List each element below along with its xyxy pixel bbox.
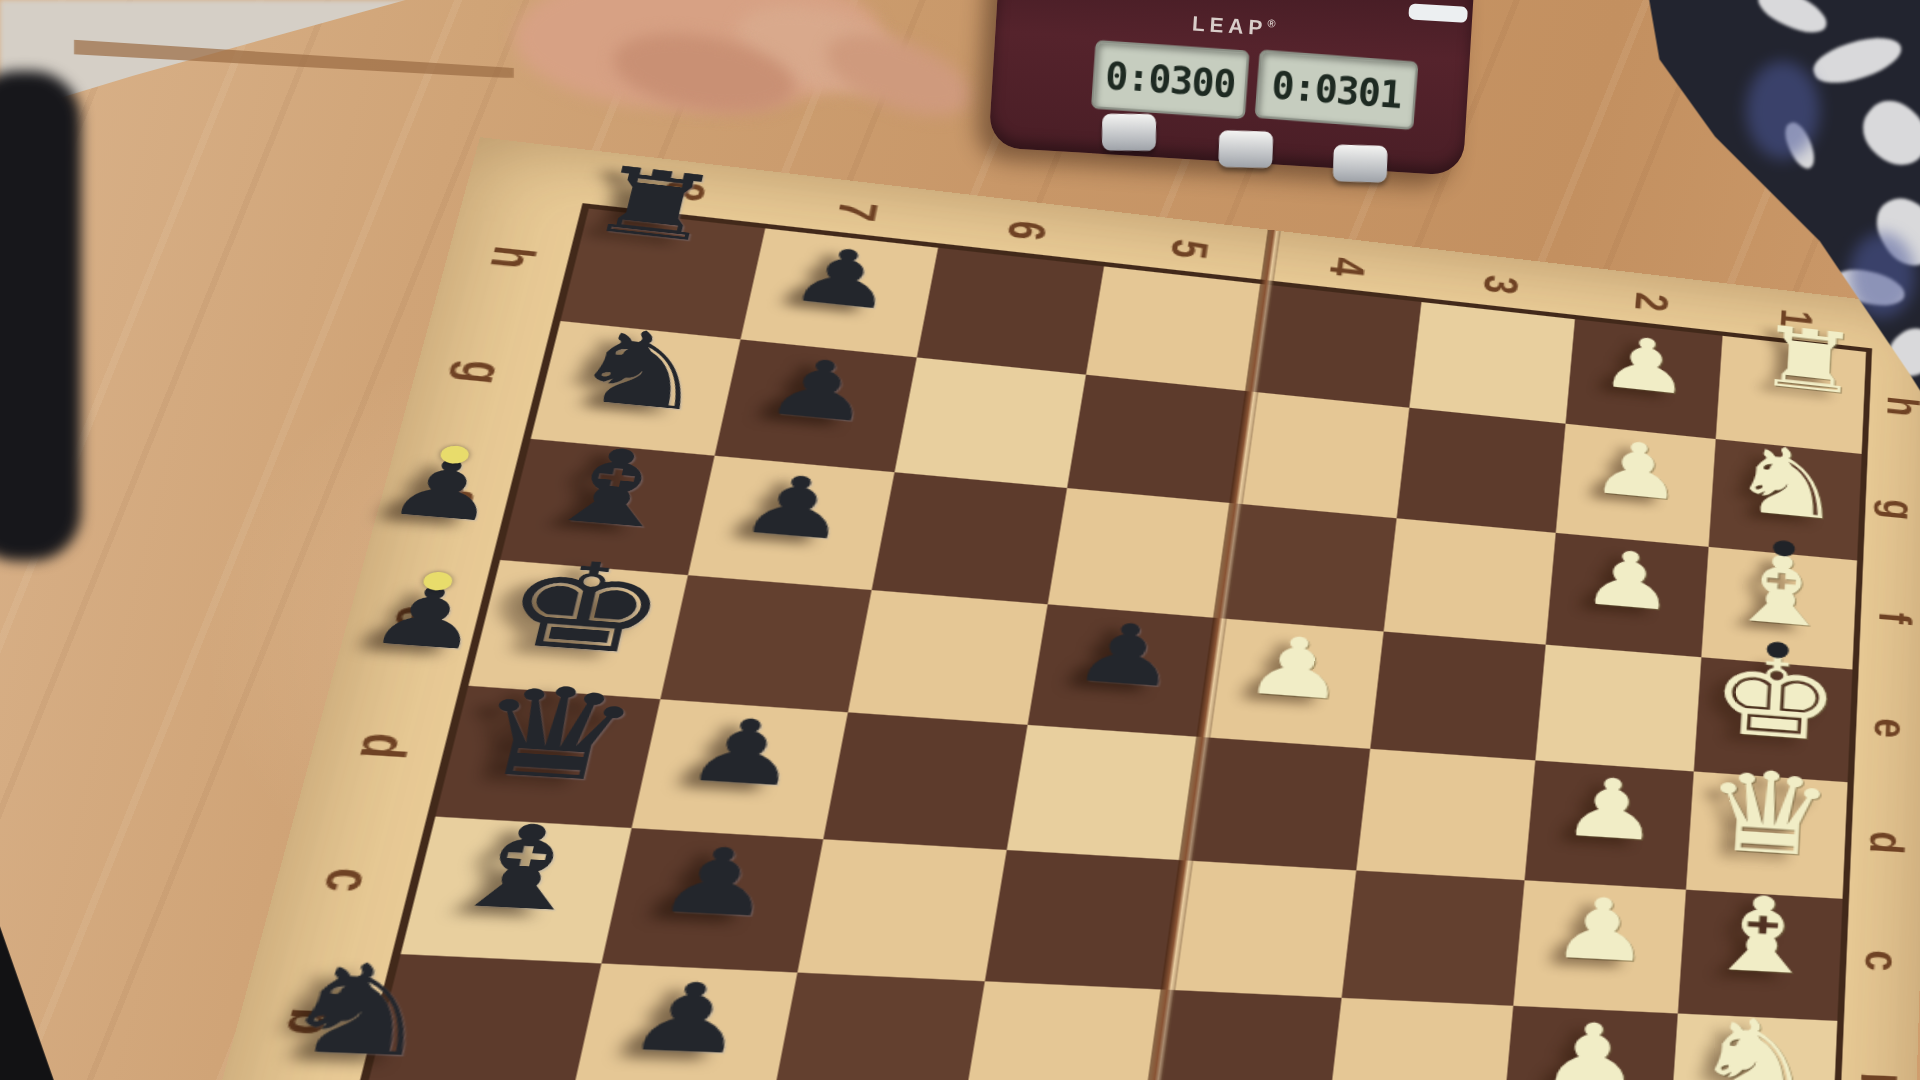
clock-right-button[interactable] <box>1333 144 1388 182</box>
file-label-b-right: b <box>1849 1071 1906 1080</box>
file-label-e-right: e <box>1864 717 1917 741</box>
square-g3[interactable] <box>1397 408 1565 532</box>
square-b6[interactable] <box>770 972 985 1080</box>
chess-clock: LEAP® 0:0300 0:0301 <box>988 0 1475 176</box>
square-c6[interactable] <box>797 840 1007 981</box>
photo-stage: 87654321hhggffeeddccbbaa♜♞♝♚♛♝♞♜♟♟♟♟♟♟♟♟… <box>0 0 1920 1080</box>
file-label-g-left: g <box>446 359 518 388</box>
square-f3[interactable] <box>1384 518 1555 645</box>
piece-white-bishop-f1[interactable]: ♝ <box>1721 539 1840 642</box>
piece-black-pawn-c7[interactable]: ♟ <box>648 835 785 932</box>
square-f4[interactable] <box>1218 503 1397 631</box>
clock-brand: LEAP® <box>996 0 1472 53</box>
piece-black-king-e8[interactable]: ♚ <box>489 542 680 673</box>
piece-white-bishop-c1[interactable]: ♝ <box>1698 882 1824 992</box>
square-b5[interactable] <box>962 981 1166 1080</box>
clock-right-display: 0:0301 <box>1254 49 1418 130</box>
square-d5[interactable] <box>1006 725 1201 861</box>
square-e6[interactable] <box>847 590 1047 725</box>
photo: 87654321hhggffeeddccbbaa♜♞♝♚♛♝♞♜♟♟♟♟♟♟♟♟… <box>0 0 1920 1080</box>
rank-label-7: 7 <box>826 198 890 224</box>
spare-yellow-top-1[interactable]: ♟ <box>379 446 510 534</box>
clock-left-button[interactable] <box>1102 114 1156 151</box>
clock-top-button[interactable] <box>1408 3 1468 22</box>
black-tip-finial-icon <box>1766 641 1789 659</box>
piece-white-rook-h1[interactable]: ♜ <box>1754 314 1863 408</box>
square-h4[interactable] <box>1250 284 1422 408</box>
rank-label-2: 2 <box>1624 290 1677 314</box>
square-h3[interactable] <box>1410 302 1574 424</box>
square-g5[interactable] <box>1067 375 1250 503</box>
piece-black-pawn-h7[interactable]: ♟ <box>782 236 904 323</box>
file-label-h-right: h <box>1877 394 1920 419</box>
file-label-h-left: h <box>477 243 547 272</box>
piece-white-knight-b1[interactable]: ♞ <box>1689 1002 1821 1080</box>
file-label-c-left: c <box>309 867 388 895</box>
square-g4[interactable] <box>1234 392 1409 518</box>
clock-left-display: 0:0300 <box>1091 40 1250 119</box>
piece-black-knight-b8[interactable]: ♞ <box>262 944 456 1075</box>
piece-white-pawn-d2[interactable]: ♟ <box>1558 766 1663 854</box>
square-c3[interactable] <box>1342 871 1524 1005</box>
piece-white-pawn-e4[interactable]: ♟ <box>1239 624 1352 713</box>
square-e7[interactable] <box>661 575 871 712</box>
square-e2[interactable] <box>1534 644 1700 771</box>
piece-black-pawn-b7[interactable]: ♟ <box>618 969 758 1069</box>
file-label-d-right: d <box>1859 830 1914 856</box>
square-f6[interactable] <box>871 472 1067 604</box>
square-c5[interactable] <box>984 850 1184 989</box>
square-f5[interactable] <box>1047 487 1234 617</box>
spare-yellow-top-2[interactable]: ♟ <box>360 573 494 663</box>
square-h5[interactable] <box>1085 266 1265 391</box>
file-label-f-right: f <box>1868 610 1920 626</box>
square-h6[interactable] <box>916 248 1104 375</box>
piece-black-pawn-g7[interactable]: ♟ <box>757 347 882 436</box>
rank-label-3: 3 <box>1473 273 1528 297</box>
piece-white-pawn-c2[interactable]: ♟ <box>1548 886 1655 976</box>
rank-label-6: 6 <box>995 218 1057 243</box>
piece-black-queen-d8[interactable]: ♛ <box>456 668 651 803</box>
yellow-finial-icon <box>438 445 470 465</box>
square-g6[interactable] <box>894 358 1086 488</box>
piece-white-knight-g1[interactable]: ♞ <box>1726 431 1846 535</box>
square-e3[interactable] <box>1371 631 1545 760</box>
piece-black-pawn-e5[interactable]: ♟ <box>1067 611 1186 701</box>
square-d4[interactable] <box>1184 737 1370 871</box>
rank-label-4: 4 <box>1319 255 1376 279</box>
piece-black-rook-h8[interactable]: ♜ <box>579 153 729 257</box>
square-c4[interactable] <box>1166 861 1356 998</box>
piece-white-pawn-g2[interactable]: ♟ <box>1587 430 1686 513</box>
piece-black-pawn-f7[interactable]: ♟ <box>731 462 859 553</box>
square-b3[interactable] <box>1327 997 1512 1080</box>
file-label-c-right: c <box>1854 949 1909 973</box>
square-d3[interactable] <box>1357 749 1535 881</box>
bystander-dark-clothing-left <box>0 71 81 561</box>
yellow-finial-icon <box>421 571 454 591</box>
black-tip-finial-icon <box>1772 539 1794 557</box>
clock-middle-button[interactable] <box>1218 130 1273 168</box>
piece-white-pawn-b2[interactable]: ♟ <box>1537 1011 1646 1080</box>
piece-black-knight-g8[interactable]: ♞ <box>558 313 724 428</box>
piece-white-pawn-h2[interactable]: ♟ <box>1597 326 1694 407</box>
piece-white-king-e1[interactable]: ♚ <box>1706 641 1842 759</box>
piece-white-pawn-f2[interactable]: ♟ <box>1578 539 1679 623</box>
clock-reg-icon: ® <box>1267 17 1276 30</box>
piece-black-pawn-d7[interactable]: ♟ <box>677 706 811 801</box>
rank-label-5: 5 <box>1159 237 1219 262</box>
piece-white-queen-d1[interactable]: ♛ <box>1698 755 1837 876</box>
file-label-d-left: d <box>345 731 422 761</box>
file-label-g-right: g <box>1873 498 1920 523</box>
piece-black-bishop-f8[interactable]: ♝ <box>530 431 696 546</box>
square-b4[interactable] <box>1148 989 1343 1080</box>
piece-black-bishop-c8[interactable]: ♝ <box>433 808 612 931</box>
clock-brand-text: LEAP <box>1191 12 1267 40</box>
square-d6[interactable] <box>822 712 1027 850</box>
